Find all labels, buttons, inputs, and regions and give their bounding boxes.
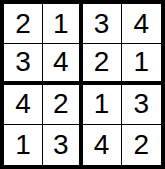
cell-r4c3[interactable]: 4 [83, 125, 122, 165]
sudoku-board: 2134342142131342 [0, 0, 165, 169]
cell-r2c4[interactable]: 1 [122, 44, 161, 84]
cell-r3c1[interactable]: 4 [4, 85, 43, 125]
cell-r3c2[interactable]: 2 [43, 85, 82, 125]
cell-r1c3[interactable]: 3 [83, 4, 122, 44]
cell-r2c2[interactable]: 4 [43, 44, 82, 84]
cell-r1c1[interactable]: 2 [4, 4, 43, 44]
cell-r3c3[interactable]: 1 [83, 85, 122, 125]
cell-r3c4[interactable]: 3 [122, 85, 161, 125]
cell-r4c2[interactable]: 3 [43, 125, 82, 165]
cell-r1c2[interactable]: 1 [43, 4, 82, 44]
cell-r1c4[interactable]: 4 [122, 4, 161, 44]
cell-r2c3[interactable]: 2 [83, 44, 122, 84]
cell-r2c1[interactable]: 3 [4, 44, 43, 84]
cell-r4c1[interactable]: 1 [4, 125, 43, 165]
cell-r4c4[interactable]: 2 [122, 125, 161, 165]
